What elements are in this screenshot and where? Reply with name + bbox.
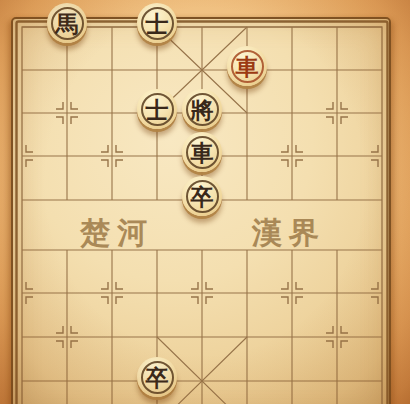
pieces-layer: 馬士車士將車卒卒 — [0, 0, 410, 404]
piece-character: 士 — [137, 3, 177, 43]
piece-black-horse[interactable]: 馬 — [47, 3, 87, 43]
piece-red-chariot[interactable]: 車 — [227, 46, 267, 86]
piece-character: 卒 — [137, 357, 177, 397]
piece-character: 馬 — [47, 3, 87, 43]
piece-character: 車 — [227, 46, 267, 86]
piece-black-chariot[interactable]: 車 — [182, 132, 222, 172]
piece-black-advisor-1[interactable]: 士 — [137, 3, 177, 43]
piece-character: 士 — [137, 89, 177, 129]
piece-character: 車 — [182, 132, 222, 172]
piece-black-soldier-1[interactable]: 卒 — [182, 176, 222, 216]
piece-black-advisor-2[interactable]: 士 — [137, 89, 177, 129]
piece-black-general[interactable]: 將 — [182, 89, 222, 129]
piece-character: 將 — [182, 89, 222, 129]
xiangqi-game-screen: 楚河 漢界 馬士車士將車卒卒 — [0, 0, 410, 404]
piece-black-soldier-2[interactable]: 卒 — [137, 357, 177, 397]
piece-character: 卒 — [182, 176, 222, 216]
